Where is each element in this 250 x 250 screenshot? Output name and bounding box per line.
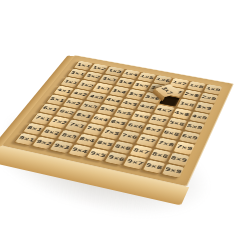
product-photo: 1×11×21×31×41×51×61×71×81×92×12×22×32×42… [0,0,250,250]
lifted-tile-label: 3×7 [160,86,174,95]
tile-9x7[interactable]: 9×7 [124,156,146,170]
tile-9x8[interactable]: 9×8 [143,160,165,174]
tile-9x9[interactable]: 9×9 [162,164,184,178]
